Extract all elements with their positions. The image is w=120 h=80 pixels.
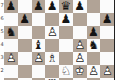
square-e5[interactable] [59, 26, 73, 39]
rank-row-7: ♟♟♟♛♟ [4, 0, 114, 13]
piece-wr-d1-fill: ♜ [45, 78, 59, 80]
square-d4[interactable] [45, 39, 59, 52]
square-f5[interactable] [73, 26, 87, 39]
square-c3[interactable]: ♟♙ [32, 52, 46, 65]
square-g3[interactable] [87, 52, 101, 65]
square-d2[interactable] [45, 65, 59, 78]
rank-row-2: ♞♘♚♔♟♙♟♙ [4, 65, 114, 78]
piece-bp-g5: ♟ [87, 26, 101, 39]
square-e3[interactable] [59, 52, 73, 65]
piece-bp-a7: ♟ [4, 0, 18, 13]
square-c6[interactable] [32, 13, 46, 26]
square-d7[interactable]: ♟ [45, 0, 59, 13]
square-e1[interactable] [59, 78, 73, 80]
piece-wn-e2-fill: ♞ [59, 65, 73, 78]
square-h3[interactable] [100, 52, 114, 65]
piece-bp-b6: ♟ [18, 13, 32, 26]
rank-row-6: ♟♟♟ [4, 13, 114, 26]
square-c2[interactable] [32, 65, 46, 78]
piece-wr-d1: ♖ [45, 78, 59, 80]
square-b6[interactable]: ♟ [18, 13, 32, 26]
piece-wp-a3: ♙ [4, 52, 18, 65]
piece-wp-c3-fill: ♟ [32, 52, 46, 65]
square-a7[interactable]: ♟ [4, 0, 18, 13]
square-b3[interactable] [18, 52, 32, 65]
square-f4[interactable]: ♟♙ [73, 39, 87, 52]
square-b2[interactable] [18, 65, 32, 78]
square-d1[interactable]: ♜♖ [45, 78, 59, 80]
square-a3[interactable]: ♟♙ [4, 52, 18, 65]
piece-bn-g4: ♞ [87, 39, 101, 52]
square-g5[interactable]: ♟ [87, 26, 101, 39]
square-g1[interactable] [87, 78, 101, 80]
square-h5[interactable] [100, 26, 114, 39]
square-d3[interactable]: ♝♗ [45, 52, 59, 65]
piece-wp-c3: ♙ [32, 52, 46, 65]
square-e7[interactable]: ♛ [59, 0, 73, 13]
square-f2[interactable]: ♚♔ [73, 65, 87, 78]
rank-row-5: ♞♟♙♟ [4, 26, 114, 39]
square-d6[interactable] [45, 13, 59, 26]
square-f7[interactable]: ♟ [73, 0, 87, 13]
square-a1[interactable] [4, 78, 18, 80]
piece-wn-e2: ♘ [59, 65, 73, 78]
piece-wb-d3: ♗ [45, 52, 59, 65]
piece-wp-h2-fill: ♟ [100, 65, 114, 78]
square-b7[interactable] [18, 0, 32, 13]
square-a2[interactable] [4, 65, 18, 78]
square-b1[interactable] [18, 78, 32, 80]
square-d5[interactable]: ♟♙ [45, 26, 59, 39]
square-h2[interactable]: ♟♙ [100, 65, 114, 78]
square-f1[interactable] [73, 78, 87, 80]
piece-wp-g2: ♙ [87, 65, 101, 78]
square-e4[interactable] [59, 39, 73, 52]
piece-bp-e6: ♟ [59, 13, 73, 26]
piece-bp-c7: ♟ [32, 0, 46, 13]
square-h6[interactable]: ♟ [100, 13, 114, 26]
square-f3[interactable]: ♟♙ [73, 52, 87, 65]
rank-row-1: ♜♖ [4, 78, 114, 80]
rank-row-4: ♝♟♙♞ [4, 39, 114, 52]
square-h1[interactable] [100, 78, 114, 80]
piece-bp-d7: ♟ [45, 0, 59, 13]
piece-wk-f2: ♔ [73, 65, 87, 78]
piece-wk-f2-fill: ♚ [73, 65, 87, 78]
chess-board: ♟♟♟♛♟♟♟♟♞♟♙♟♝♟♙♞♟♙♟♙♝♗♟♙♞♘♚♔♟♙♟♙♜♖ [4, 0, 115, 80]
piece-wp-f3-fill: ♟ [73, 52, 87, 65]
square-c7[interactable]: ♟ [32, 0, 46, 13]
piece-bq-e7: ♛ [59, 0, 73, 13]
piece-wb-d3-fill: ♝ [45, 52, 59, 65]
piece-wp-d5: ♙ [45, 26, 59, 39]
square-e6[interactable]: ♟ [59, 13, 73, 26]
piece-wp-f3: ♙ [73, 52, 87, 65]
square-g4[interactable]: ♞ [87, 39, 101, 52]
piece-bp-h6: ♟ [100, 13, 114, 26]
square-b4[interactable] [18, 39, 32, 52]
square-e2[interactable]: ♞♘ [59, 65, 73, 78]
piece-wp-f4-fill: ♟ [73, 39, 87, 52]
square-c4[interactable]: ♝ [32, 39, 46, 52]
square-h7[interactable] [100, 0, 114, 13]
square-g2[interactable]: ♟♙ [87, 65, 101, 78]
chess-diagram: 765432 ♟♟♟♛♟♟♟♟♞♟♙♟♝♟♙♞♟♙♟♙♝♗♟♙♞♘♚♔♟♙♟♙♜… [0, 0, 120, 80]
piece-wp-d5-fill: ♟ [45, 26, 59, 39]
piece-bb-c4: ♝ [32, 39, 46, 52]
square-a5[interactable]: ♞ [4, 26, 18, 39]
rank-row-3: ♟♙♟♙♝♗♟♙ [4, 52, 114, 65]
piece-wp-f4: ♙ [73, 39, 87, 52]
piece-wp-a3-fill: ♟ [4, 52, 18, 65]
piece-bp-f7: ♟ [73, 0, 87, 13]
piece-bn-a5: ♞ [4, 26, 18, 39]
piece-wp-h2: ♙ [100, 65, 114, 78]
square-b5[interactable] [18, 26, 32, 39]
square-c1[interactable] [32, 78, 46, 80]
square-a6[interactable] [4, 13, 18, 26]
piece-wp-g2-fill: ♟ [87, 65, 101, 78]
square-h4[interactable] [100, 39, 114, 52]
square-f6[interactable] [73, 13, 87, 26]
square-c5[interactable] [32, 26, 46, 39]
square-g7[interactable] [87, 0, 101, 13]
square-g6[interactable] [87, 13, 101, 26]
square-a4[interactable] [4, 39, 18, 52]
